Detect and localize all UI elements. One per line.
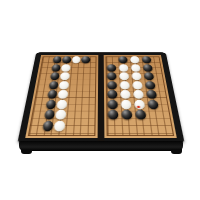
black-stone[interactable]: [147, 100, 158, 109]
white-stone[interactable]: [119, 72, 129, 80]
white-stone[interactable]: [71, 56, 80, 63]
product-photo-scene: [0, 0, 200, 200]
black-stone[interactable]: [50, 72, 60, 80]
black-stone[interactable]: [121, 110, 132, 120]
black-stone[interactable]: [144, 72, 154, 80]
board-foot-left: [21, 149, 32, 154]
board-foot-right: [171, 149, 182, 154]
white-stone[interactable]: [131, 72, 141, 80]
white-stone[interactable]: [55, 110, 66, 120]
white-stone[interactable]: [56, 100, 67, 109]
board-side-edge: [19, 141, 183, 151]
black-stone[interactable]: [135, 110, 146, 120]
black-stone[interactable]: [44, 110, 55, 120]
red-marker-dot: [137, 106, 140, 108]
black-stone[interactable]: [45, 100, 56, 109]
black-stone[interactable]: [146, 90, 157, 99]
white-stone[interactable]: [132, 81, 142, 89]
white-stone[interactable]: [120, 90, 130, 99]
black-stone[interactable]: [107, 90, 117, 99]
black-stone[interactable]: [107, 64, 116, 71]
black-stone[interactable]: [52, 56, 62, 63]
black-stone[interactable]: [107, 72, 116, 80]
black-stone[interactable]: [62, 56, 71, 63]
white-stone[interactable]: [133, 90, 143, 99]
black-stone[interactable]: [51, 64, 61, 71]
stones-layer-right: [104, 55, 177, 138]
black-stone[interactable]: [142, 56, 152, 63]
white-stone[interactable]: [59, 81, 69, 89]
white-stone[interactable]: [120, 81, 130, 89]
black-stone[interactable]: [107, 100, 117, 109]
go-board: [17, 52, 184, 143]
board-panel-left[interactable]: [25, 55, 98, 138]
white-stone[interactable]: [60, 72, 70, 80]
black-stone[interactable]: [118, 56, 127, 63]
white-stone[interactable]: [61, 64, 71, 71]
white-stone[interactable]: [57, 90, 68, 99]
white-stone[interactable]: [54, 121, 66, 131]
black-stone[interactable]: [47, 90, 58, 99]
white-stone[interactable]: [119, 64, 128, 71]
black-stone[interactable]: [145, 81, 155, 89]
board-panel-right[interactable]: [104, 55, 177, 138]
black-stone[interactable]: [143, 64, 153, 71]
stones-layer-left: [25, 55, 98, 138]
black-stone[interactable]: [108, 110, 118, 120]
black-stone[interactable]: [107, 81, 117, 89]
white-stone[interactable]: [130, 56, 139, 63]
black-stone[interactable]: [42, 121, 54, 131]
white-stone[interactable]: [121, 100, 131, 109]
white-stone[interactable]: [131, 64, 141, 71]
black-stone[interactable]: [48, 81, 58, 89]
black-stone[interactable]: [81, 56, 90, 63]
